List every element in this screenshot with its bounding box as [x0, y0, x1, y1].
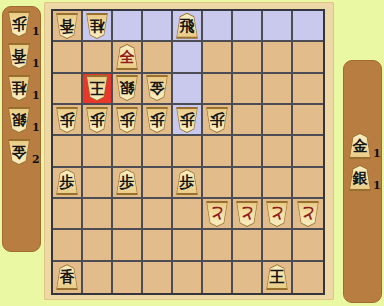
square-4f[interactable]	[203, 168, 233, 199]
piece-sente-香[interactable]: 香	[55, 264, 79, 290]
piece-sente-飛[interactable]: 飛	[175, 13, 199, 39]
square-8a[interactable]: 桂	[83, 11, 113, 42]
square-3d[interactable]	[233, 105, 263, 136]
piece-kanji: と	[300, 206, 315, 221]
piece-gote-香[interactable]: 香	[7, 43, 31, 69]
piece-kanji: 歩	[60, 175, 75, 190]
hand-count: 1	[32, 122, 40, 133]
piece-face: 金	[8, 141, 30, 164]
square-4b[interactable]	[203, 42, 233, 73]
piece-kanji: 歩	[120, 175, 135, 190]
square-6i[interactable]	[143, 262, 173, 293]
piece-face: 歩	[8, 13, 30, 36]
piece-kanji: 王	[270, 270, 285, 285]
square-1c[interactable]	[293, 74, 323, 105]
gote-hand-gold[interactable]: 金2	[3, 139, 40, 165]
piece-face: 飛	[176, 14, 198, 37]
square-2c[interactable]	[263, 74, 293, 105]
gote-hand-knight[interactable]: 桂1	[3, 75, 40, 101]
square-1a[interactable]	[293, 11, 323, 42]
square-3i[interactable]	[233, 262, 263, 293]
square-6d[interactable]: 歩	[143, 105, 173, 136]
piece-sente-歩[interactable]: 歩	[55, 169, 79, 195]
square-2f[interactable]	[263, 168, 293, 199]
square-1d[interactable]	[293, 105, 323, 136]
piece-kanji: 歩	[180, 175, 195, 190]
square-3c[interactable]	[233, 74, 263, 105]
piece-kanji: 香	[60, 18, 75, 33]
sente-hand-gold[interactable]: 金1	[344, 133, 381, 159]
piece-gote-歩[interactable]: 歩	[145, 107, 169, 133]
piece-face: 金	[146, 77, 168, 100]
square-8d[interactable]: 歩	[83, 105, 113, 136]
piece-face: 金	[349, 134, 371, 157]
square-4g[interactable]: と	[203, 199, 233, 230]
square-5i[interactable]	[173, 262, 203, 293]
piece-face: 歩	[86, 109, 108, 132]
gote-hand-lance[interactable]: 香1	[3, 43, 40, 69]
square-9e[interactable]	[53, 136, 83, 167]
piece-kanji: 歩	[12, 16, 27, 31]
piece-sente-全[interactable]: 全	[115, 44, 139, 70]
square-8e[interactable]	[83, 136, 113, 167]
piece-gote-と[interactable]: と	[235, 201, 259, 227]
square-5f[interactable]: 歩	[173, 168, 203, 199]
square-9a[interactable]: 香	[53, 11, 83, 42]
square-4e[interactable]	[203, 136, 233, 167]
piece-gote-桂[interactable]: 桂	[7, 75, 31, 101]
piece-face: 香	[56, 265, 78, 288]
square-9h[interactable]	[53, 230, 83, 261]
square-3a[interactable]	[233, 11, 263, 42]
square-2d[interactable]	[263, 105, 293, 136]
piece-face: 歩	[56, 170, 78, 193]
square-2h[interactable]	[263, 230, 293, 261]
piece-kanji: 銀	[120, 80, 135, 95]
square-8h[interactable]	[83, 230, 113, 261]
square-2b[interactable]	[263, 42, 293, 73]
square-6g[interactable]	[143, 199, 173, 230]
hand-count: 1	[32, 90, 40, 101]
square-8i[interactable]	[83, 262, 113, 293]
piece-face: 銀	[8, 109, 30, 132]
square-1f[interactable]	[293, 168, 323, 199]
piece-face: と	[236, 203, 258, 226]
square-8c[interactable]: 王	[83, 74, 113, 105]
piece-face: 桂	[86, 15, 108, 38]
piece-sente-金[interactable]: 金	[348, 133, 372, 159]
hand-count: 1	[373, 180, 381, 191]
piece-kanji: 歩	[150, 112, 165, 127]
square-9d[interactable]: 歩	[53, 105, 83, 136]
shogi-board: 香桂飛全王銀金歩歩歩歩歩歩歩歩歩とととと香王	[51, 9, 325, 295]
square-7g[interactable]	[113, 199, 143, 230]
hand-count: 1	[32, 26, 40, 37]
square-5a[interactable]: 飛	[173, 11, 203, 42]
square-7h[interactable]	[113, 230, 143, 261]
piece-face: 銀	[116, 77, 138, 100]
piece-sente-銀[interactable]: 銀	[348, 165, 372, 191]
piece-gote-歩[interactable]: 歩	[55, 107, 79, 133]
piece-gote-王[interactable]: 王	[85, 75, 109, 101]
hand-count: 1	[373, 148, 381, 159]
square-7i[interactable]	[113, 262, 143, 293]
piece-face: 歩	[116, 109, 138, 132]
square-4d[interactable]: 歩	[203, 105, 233, 136]
piece-face: 桂	[8, 77, 30, 100]
square-5e[interactable]	[173, 136, 203, 167]
piece-kanji: 全	[120, 50, 135, 65]
piece-face: 歩	[146, 109, 168, 132]
piece-kanji: 歩	[90, 112, 105, 127]
piece-kanji: 銀	[353, 171, 368, 186]
piece-gote-歩[interactable]: 歩	[205, 107, 229, 133]
piece-gote-と[interactable]: と	[296, 201, 320, 227]
square-2e[interactable]	[263, 136, 293, 167]
piece-face: 全	[116, 45, 138, 68]
piece-kanji: 香	[12, 48, 27, 63]
square-1b[interactable]	[293, 42, 323, 73]
piece-face: 歩	[206, 109, 228, 132]
piece-face: と	[297, 203, 319, 226]
gote-hand-tray: 歩1香1桂1銀1金2	[2, 6, 41, 252]
piece-sente-王[interactable]: 王	[265, 264, 289, 290]
board-frame: 香桂飛全王銀金歩歩歩歩歩歩歩歩歩とととと香王	[44, 2, 334, 300]
square-5c[interactable]	[173, 74, 203, 105]
square-4c[interactable]	[203, 74, 233, 105]
square-3h[interactable]	[233, 230, 263, 261]
gote-hand-silver[interactable]: 銀1	[3, 107, 40, 133]
piece-kanji: 歩	[60, 112, 75, 127]
sente-hand-tray: 金1銀1	[343, 60, 382, 303]
square-2a[interactable]	[263, 11, 293, 42]
piece-kanji: 桂	[90, 18, 105, 33]
piece-face: 歩	[176, 170, 198, 193]
piece-face: と	[206, 203, 228, 226]
hand-count: 1	[32, 58, 40, 69]
square-7a[interactable]	[113, 11, 143, 42]
piece-gote-と[interactable]: と	[205, 201, 229, 227]
square-6h[interactable]	[143, 230, 173, 261]
square-7b[interactable]: 全	[113, 42, 143, 73]
square-7e[interactable]	[113, 136, 143, 167]
square-4i[interactable]	[203, 262, 233, 293]
square-5d[interactable]: 歩	[173, 105, 203, 136]
square-5b[interactable]	[173, 42, 203, 73]
piece-gote-金[interactable]: 金	[145, 75, 169, 101]
square-3b[interactable]	[233, 42, 263, 73]
square-6a[interactable]	[143, 11, 173, 42]
square-5g[interactable]	[173, 199, 203, 230]
square-8b[interactable]	[83, 42, 113, 73]
piece-kanji: 銀	[12, 112, 27, 127]
gote-hand-pawn[interactable]: 歩1	[3, 11, 40, 37]
square-6f[interactable]	[143, 168, 173, 199]
square-1i[interactable]	[293, 262, 323, 293]
piece-face: 香	[8, 45, 30, 68]
piece-sente-歩[interactable]: 歩	[115, 169, 139, 195]
hand-count: 2	[32, 154, 40, 165]
piece-kanji: 王	[90, 80, 105, 95]
square-7f[interactable]: 歩	[113, 168, 143, 199]
piece-kanji: 金	[353, 139, 368, 154]
sente-hand-silver[interactable]: 銀1	[344, 165, 381, 191]
piece-face: 歩	[176, 109, 198, 132]
square-9g[interactable]	[53, 199, 83, 230]
piece-face: 香	[56, 15, 78, 38]
square-9b[interactable]	[53, 42, 83, 73]
square-8f[interactable]	[83, 168, 113, 199]
square-6b[interactable]	[143, 42, 173, 73]
square-6c[interactable]: 金	[143, 74, 173, 105]
square-5h[interactable]	[173, 230, 203, 261]
square-9f[interactable]: 歩	[53, 168, 83, 199]
piece-gote-銀[interactable]: 銀	[115, 75, 139, 101]
piece-kanji: 桂	[12, 80, 27, 95]
piece-kanji: と	[239, 206, 254, 221]
square-3e[interactable]	[233, 136, 263, 167]
piece-kanji: 歩	[180, 112, 195, 127]
square-1h[interactable]	[293, 230, 323, 261]
square-4a[interactable]	[203, 11, 233, 42]
piece-gote-歩[interactable]: 歩	[175, 107, 199, 133]
piece-gote-歩[interactable]: 歩	[7, 11, 31, 37]
square-2g[interactable]: と	[263, 199, 293, 230]
square-8g[interactable]	[83, 199, 113, 230]
piece-gote-金[interactable]: 金	[7, 139, 31, 165]
square-3g[interactable]: と	[233, 199, 263, 230]
piece-sente-歩[interactable]: 歩	[175, 169, 199, 195]
shogi-app: 歩1香1桂1銀1金2 香桂飛全王銀金歩歩歩歩歩歩歩歩歩とととと香王 金1銀1	[0, 0, 384, 306]
piece-gote-と[interactable]: と	[265, 201, 289, 227]
piece-face: 歩	[116, 170, 138, 193]
square-3f[interactable]	[233, 168, 263, 199]
piece-face: 王	[266, 265, 288, 288]
square-1g[interactable]: と	[293, 199, 323, 230]
square-7d[interactable]: 歩	[113, 105, 143, 136]
piece-gote-香[interactable]: 香	[55, 13, 79, 39]
square-1e[interactable]	[293, 136, 323, 167]
piece-gote-桂[interactable]: 桂	[85, 13, 109, 39]
piece-kanji: 歩	[120, 112, 135, 127]
square-9i[interactable]: 香	[53, 262, 83, 293]
piece-face: と	[266, 203, 288, 226]
square-7c[interactable]: 銀	[113, 74, 143, 105]
piece-kanji: 歩	[210, 112, 225, 127]
piece-kanji: 金	[12, 144, 27, 159]
square-2i[interactable]: 王	[263, 262, 293, 293]
piece-kanji: 香	[60, 270, 75, 285]
piece-face: 歩	[56, 109, 78, 132]
piece-face: 銀	[349, 166, 371, 189]
piece-face: 王	[86, 77, 108, 100]
piece-kanji: 飛	[180, 19, 195, 34]
piece-kanji: と	[209, 206, 224, 221]
square-9c[interactable]	[53, 74, 83, 105]
piece-gote-銀[interactable]: 銀	[7, 107, 31, 133]
piece-gote-歩[interactable]: 歩	[115, 107, 139, 133]
piece-kanji: と	[269, 206, 284, 221]
piece-gote-歩[interactable]: 歩	[85, 107, 109, 133]
square-4h[interactable]	[203, 230, 233, 261]
square-6e[interactable]	[143, 136, 173, 167]
piece-kanji: 金	[150, 80, 165, 95]
